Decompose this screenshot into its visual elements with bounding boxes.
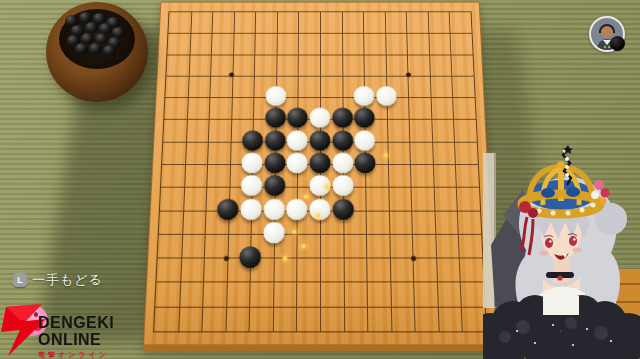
logo-line1: DENGEKI [38,314,114,331]
sparkle-effect [302,244,306,248]
white-stone [355,130,376,150]
black-stone [355,153,376,173]
white-stone [376,86,397,106]
white-stone [286,199,307,220]
bowl-black-stone [85,22,98,33]
stone-bowl [46,2,148,102]
bowl-black-stone [75,43,88,54]
white-stone [241,175,263,196]
black-stone [309,153,330,173]
black-stone [264,175,285,196]
sparkle-effect [283,256,287,260]
white-stone [310,108,331,128]
bowl-black-stone [103,45,116,56]
board-wood [143,2,498,351]
undo-button[interactable]: L 一手もどる [13,271,103,289]
black-stone [287,108,308,128]
game-scene: L 一手もどる DENGEKI ONLINE 電撃オンライン [0,0,640,359]
white-stone [265,86,286,106]
black-stone [332,199,353,220]
star-point [406,73,411,78]
logo-line2: ONLINE [38,331,114,348]
star-point [224,256,229,261]
go-board[interactable] [143,2,498,351]
black-stone [332,130,353,150]
sparkle-effect [304,194,308,198]
white-stone [263,222,285,243]
black-stone [264,153,285,173]
star-point [411,256,416,261]
logo-line3: 電撃オンライン [38,351,119,358]
white-stone [287,153,308,173]
l-button-icon: L [13,273,27,287]
white-stone [241,153,262,173]
black-stone [242,130,263,150]
stone-bowl-stones [59,9,135,69]
white-stone [287,130,308,150]
sparkle-effect [316,213,320,217]
bowl-black-stone [89,43,102,54]
dengeki-logo: DENGEKI ONLINE 電撃オンライン [0,298,145,359]
black-stone [239,246,261,268]
star-point [229,73,234,78]
black-stone-badge [610,36,625,51]
black-stone [217,199,239,220]
streamer-character [483,145,640,359]
white-stone [263,199,285,220]
black-stone [332,108,353,128]
white-stone [354,86,375,106]
sparkle-effect [292,230,296,234]
black-stone [265,108,286,128]
white-stone [240,199,262,220]
sparkle-effect [325,185,329,189]
white-stone [332,175,353,196]
black-stone [264,130,285,150]
undo-label: 一手もどる [32,271,103,289]
black-stone [354,108,375,128]
board-overlay [153,11,487,332]
white-stone [309,199,330,220]
sparkle-effect [384,153,388,157]
black-stone [310,130,331,150]
white-stone [332,153,353,173]
